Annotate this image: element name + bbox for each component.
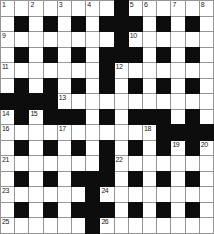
grid-cell[interactable]: 14 (1, 110, 14, 125)
block-cell (72, 79, 85, 94)
grid-cell[interactable] (171, 63, 184, 78)
grid-cell[interactable] (44, 187, 57, 202)
grid-cell[interactable] (29, 79, 42, 94)
grid-cell[interactable] (1, 48, 14, 63)
grid-cell[interactable] (157, 32, 170, 47)
grid-cell[interactable] (1, 17, 14, 32)
grid-cell[interactable] (157, 156, 170, 171)
grid-cell[interactable] (143, 218, 156, 233)
grid-cell[interactable] (15, 156, 28, 171)
block-cell (100, 17, 113, 32)
grid-cell[interactable] (186, 156, 199, 171)
grid-cell[interactable]: 4 (86, 1, 99, 16)
grid-cell[interactable] (29, 172, 42, 187)
grid-cell[interactable]: 26 (100, 218, 113, 233)
grid-cell[interactable] (129, 187, 142, 202)
grid-cell[interactable] (129, 218, 142, 233)
clue-number: 3 (59, 1, 62, 8)
grid-cell[interactable] (115, 203, 128, 218)
grid-cell[interactable]: 15 (29, 110, 42, 125)
clue-number: 5 (130, 1, 133, 8)
block-cell (157, 79, 170, 94)
grid-cell[interactable] (44, 1, 57, 16)
block-cell (1, 94, 14, 109)
block-cell (44, 94, 57, 109)
grid-cell[interactable] (15, 32, 28, 47)
clue-number: 4 (87, 1, 90, 8)
clue-number: 23 (2, 187, 9, 194)
grid-cell[interactable]: 2 (29, 1, 42, 16)
block-cell (72, 141, 85, 156)
grid-cell[interactable] (115, 110, 128, 125)
block-cell (186, 203, 199, 218)
grid-cell[interactable]: 11 (1, 63, 14, 78)
grid-cell[interactable] (44, 156, 57, 171)
grid-cell[interactable] (1, 79, 14, 94)
clue-number: 26 (101, 218, 108, 225)
grid-cell[interactable] (129, 94, 142, 109)
clue-number: 21 (2, 156, 9, 163)
grid-cell[interactable] (72, 94, 85, 109)
grid-cell[interactable]: 16 (1, 125, 14, 140)
grid-cell[interactable] (1, 141, 14, 156)
grid-cell[interactable] (157, 218, 170, 233)
grid-cell[interactable] (72, 218, 85, 233)
block-cell (186, 48, 199, 63)
block-cell (100, 63, 113, 78)
grid-cell[interactable]: 8 (200, 1, 213, 16)
block-cell (100, 48, 113, 63)
block-cell (186, 172, 199, 187)
grid-cell[interactable]: 5 (129, 1, 142, 16)
block-cell (115, 17, 128, 32)
grid-cell[interactable] (171, 156, 184, 171)
grid-cell[interactable] (171, 79, 184, 94)
grid-cell[interactable] (15, 187, 28, 202)
clue-number: 20 (201, 141, 208, 148)
grid-cell[interactable]: 9 (1, 32, 14, 47)
crossword-grid: 1234567891011121314151617181920212223242… (0, 0, 214, 234)
grid-cell[interactable] (58, 79, 71, 94)
grid-cell[interactable] (29, 63, 42, 78)
clue-number: 14 (2, 110, 9, 117)
grid-cell[interactable] (171, 187, 184, 202)
grid-cell[interactable] (58, 172, 71, 187)
clue-number: 22 (116, 156, 123, 163)
grid-cell[interactable] (171, 218, 184, 233)
block-cell (171, 125, 184, 140)
grid-cell[interactable] (29, 141, 42, 156)
grid-cell[interactable] (15, 1, 28, 16)
grid-cell[interactable] (115, 125, 128, 140)
clue-number: 1 (2, 1, 5, 8)
block-cell (44, 110, 57, 125)
grid-cell[interactable] (86, 79, 99, 94)
block-cell (115, 1, 128, 16)
block-cell (44, 79, 57, 94)
grid-cell[interactable] (115, 187, 128, 202)
block-cell (186, 110, 199, 125)
clue-number: 16 (2, 125, 9, 132)
grid-cell[interactable] (186, 63, 199, 78)
grid-cell[interactable] (86, 32, 99, 47)
grid-cell[interactable] (58, 218, 71, 233)
block-cell (15, 94, 28, 109)
block-cell (44, 17, 57, 32)
clue-number: 11 (2, 63, 8, 70)
grid-cell[interactable]: 18 (143, 125, 156, 140)
clue-number: 8 (201, 1, 204, 8)
grid-cell[interactable] (200, 218, 213, 233)
grid-cell[interactable] (186, 218, 199, 233)
grid-cell[interactable]: 3 (58, 1, 71, 16)
block-cell (72, 203, 85, 218)
grid-cell[interactable] (29, 17, 42, 32)
clue-number: 17 (59, 125, 66, 132)
block-cell (129, 110, 142, 125)
grid-cell[interactable]: 10 (129, 32, 142, 47)
grid-cell[interactable] (186, 187, 199, 202)
grid-cell[interactable] (186, 94, 199, 109)
grid-cell[interactable] (58, 17, 71, 32)
grid-cell[interactable] (143, 94, 156, 109)
grid-cell[interactable] (200, 79, 213, 94)
clue-number: 7 (172, 1, 175, 8)
grid-cell[interactable] (143, 156, 156, 171)
block-cell (15, 110, 28, 125)
grid-cell[interactable] (58, 203, 71, 218)
grid-cell[interactable] (1, 172, 14, 187)
grid-cell[interactable] (143, 63, 156, 78)
grid-cell[interactable] (58, 187, 71, 202)
grid-cell[interactable] (58, 63, 71, 78)
grid-cell[interactable] (100, 1, 113, 16)
grid-cell[interactable] (171, 32, 184, 47)
clue-number: 9 (2, 32, 5, 39)
grid-cell[interactable] (129, 63, 142, 78)
grid-cell[interactable] (200, 94, 213, 109)
block-cell (186, 141, 199, 156)
block-cell (157, 203, 170, 218)
block-cell (100, 172, 113, 187)
clue-number: 2 (30, 1, 33, 8)
grid-cell[interactable] (86, 63, 99, 78)
grid-cell[interactable] (100, 32, 113, 47)
grid-cell[interactable]: 20 (200, 141, 213, 156)
grid-cell[interactable] (143, 203, 156, 218)
grid-cell[interactable] (200, 172, 213, 187)
block-cell (129, 172, 142, 187)
block-cell (72, 110, 85, 125)
grid-cell[interactable] (72, 1, 85, 16)
grid-cell[interactable] (115, 218, 128, 233)
block-cell (186, 125, 199, 140)
grid-cell[interactable] (171, 203, 184, 218)
grid-cell[interactable]: 21 (1, 156, 14, 171)
grid-cell[interactable] (15, 63, 28, 78)
grid-cell[interactable] (29, 48, 42, 63)
grid-cell[interactable] (115, 79, 128, 94)
grid-cell[interactable] (86, 94, 99, 109)
clue-number: 18 (144, 125, 151, 132)
grid-cell[interactable] (86, 125, 99, 140)
grid-cell[interactable] (171, 110, 184, 125)
grid-cell[interactable] (29, 218, 42, 233)
grid-cell[interactable] (72, 187, 85, 202)
block-cell (15, 79, 28, 94)
grid-cell[interactable] (143, 187, 156, 202)
block-cell (86, 187, 99, 202)
block-cell (44, 203, 57, 218)
grid-cell[interactable] (143, 32, 156, 47)
grid-cell[interactable] (58, 156, 71, 171)
grid-cell[interactable] (143, 17, 156, 32)
grid-cell[interactable] (157, 94, 170, 109)
block-cell (86, 218, 99, 233)
grid-cell[interactable] (72, 125, 85, 140)
grid-cell[interactable] (15, 218, 28, 233)
grid-cell[interactable]: 12 (115, 63, 128, 78)
grid-cell[interactable] (200, 110, 213, 125)
grid-cell[interactable] (58, 141, 71, 156)
grid-cell[interactable] (129, 156, 142, 171)
block-cell (115, 48, 128, 63)
block-cell (29, 94, 42, 109)
grid-cell[interactable] (186, 1, 199, 16)
grid-cell[interactable]: 1 (1, 1, 14, 16)
grid-cell[interactable] (143, 141, 156, 156)
grid-cell[interactable] (29, 203, 42, 218)
grid-cell[interactable] (200, 63, 213, 78)
grid-cell[interactable] (129, 125, 142, 140)
block-cell (157, 141, 170, 156)
clue-number: 12 (116, 63, 123, 70)
block-cell (15, 203, 28, 218)
block-cell (157, 110, 170, 125)
grid-cell[interactable]: 22 (115, 156, 128, 171)
clue-number: 15 (30, 110, 37, 117)
grid-cell[interactable] (171, 17, 184, 32)
block-cell (115, 32, 128, 47)
grid-cell[interactable] (143, 172, 156, 187)
grid-cell[interactable] (115, 172, 128, 187)
block-cell (129, 48, 142, 63)
block-cell (129, 17, 142, 32)
grid-cell[interactable] (29, 125, 42, 140)
clue-number: 13 (59, 94, 66, 101)
grid-cell[interactable] (171, 94, 184, 109)
grid-cell[interactable] (44, 32, 57, 47)
grid-cell[interactable] (115, 141, 128, 156)
block-cell (72, 48, 85, 63)
grid-cell[interactable]: 23 (1, 187, 14, 202)
grid-cell[interactable] (58, 48, 71, 63)
grid-cell[interactable] (58, 32, 71, 47)
grid-cell[interactable] (200, 156, 213, 171)
block-cell (186, 79, 199, 94)
grid-cell[interactable] (100, 94, 113, 109)
block-cell (129, 203, 142, 218)
grid-cell[interactable] (143, 79, 156, 94)
block-cell (15, 141, 28, 156)
grid-cell[interactable] (86, 110, 99, 125)
block-cell (100, 156, 113, 171)
grid-cell[interactable]: 7 (171, 1, 184, 16)
block-cell (100, 79, 113, 94)
grid-cell[interactable] (44, 218, 57, 233)
grid-cell[interactable] (44, 63, 57, 78)
grid-cell[interactable] (143, 48, 156, 63)
grid-cell[interactable] (157, 63, 170, 78)
clue-number: 24 (101, 187, 108, 194)
grid-cell[interactable] (200, 32, 213, 47)
grid-cell[interactable] (29, 32, 42, 47)
grid-cell[interactable] (29, 156, 42, 171)
block-cell (44, 141, 57, 156)
grid-cell[interactable] (72, 32, 85, 47)
grid-cell[interactable] (29, 187, 42, 202)
grid-cell[interactable]: 6 (143, 1, 156, 16)
block-cell (129, 79, 142, 94)
block-cell (15, 17, 28, 32)
grid-cell[interactable] (200, 203, 213, 218)
grid-cell[interactable] (157, 1, 170, 16)
block-cell (157, 125, 170, 140)
block-cell (157, 48, 170, 63)
block-cell (143, 110, 156, 125)
grid-cell[interactable] (72, 156, 85, 171)
block-cell (44, 48, 57, 63)
grid-cell[interactable] (1, 203, 14, 218)
grid-cell[interactable]: 19 (171, 141, 184, 156)
grid-cell[interactable] (44, 125, 57, 140)
grid-cell[interactable] (200, 48, 213, 63)
block-cell (100, 110, 113, 125)
clue-number: 25 (2, 218, 9, 225)
grid-cell[interactable]: 25 (1, 218, 14, 233)
block-cell (86, 172, 99, 187)
block-cell (58, 110, 71, 125)
block-cell (15, 48, 28, 63)
grid-cell[interactable] (200, 17, 213, 32)
grid-cell[interactable] (200, 187, 213, 202)
clue-number: 19 (172, 141, 179, 148)
block-cell (100, 141, 113, 156)
block-cell (44, 172, 57, 187)
clue-number: 6 (144, 1, 147, 8)
block-cell (86, 203, 99, 218)
grid-cell[interactable] (86, 156, 99, 171)
block-cell (100, 203, 113, 218)
grid-cell[interactable]: 13 (58, 94, 71, 109)
grid-cell[interactable]: 24 (100, 187, 113, 202)
block-cell (186, 17, 199, 32)
grid-cell[interactable] (115, 94, 128, 109)
block-cell (200, 125, 213, 140)
grid-cell[interactable] (86, 141, 99, 156)
block-cell (72, 172, 85, 187)
grid-cell[interactable] (157, 187, 170, 202)
block-cell (15, 172, 28, 187)
grid-cell[interactable] (72, 63, 85, 78)
clue-number: 10 (130, 32, 137, 39)
grid-cell[interactable]: 17 (58, 125, 71, 140)
block-cell (129, 141, 142, 156)
grid-cell[interactable] (15, 125, 28, 140)
block-cell (157, 17, 170, 32)
grid-cell[interactable] (86, 17, 99, 32)
grid-cell[interactable] (86, 48, 99, 63)
block-cell (72, 17, 85, 32)
block-cell (157, 172, 170, 187)
grid-cell[interactable] (171, 48, 184, 63)
grid-cell[interactable] (171, 172, 184, 187)
grid-cell[interactable] (186, 32, 199, 47)
grid-cell[interactable] (100, 125, 113, 140)
